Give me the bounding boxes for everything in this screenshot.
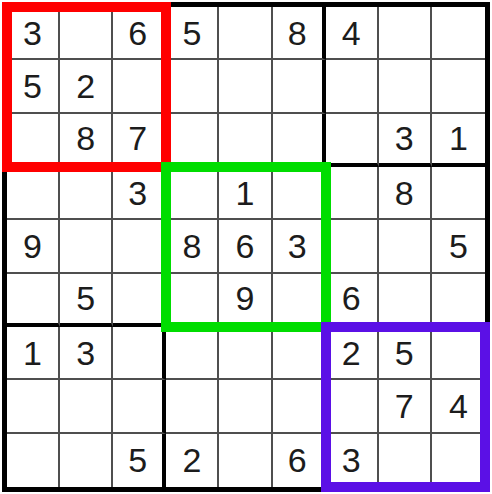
sudoku-cell-r1c2[interactable] <box>60 7 113 60</box>
sudoku-cell-r9c5[interactable] <box>219 434 272 487</box>
sudoku-cell-r9c4[interactable]: 2 <box>166 434 219 487</box>
sudoku-cell-r6c6[interactable] <box>273 274 326 327</box>
sudoku-cell-r6c3[interactable] <box>113 274 166 327</box>
sudoku-cell-r3c8[interactable]: 3 <box>379 114 432 167</box>
sudoku-cell-r7c9[interactable] <box>432 327 485 380</box>
sudoku-cell-r3c4[interactable] <box>166 114 219 167</box>
sudoku-cell-r7c7[interactable]: 2 <box>326 327 379 380</box>
sudoku-cell-r2c2[interactable]: 2 <box>60 60 113 113</box>
sudoku-cell-r1c4[interactable]: 5 <box>166 7 219 60</box>
sudoku-cell-r8c4[interactable] <box>166 380 219 433</box>
sudoku-cell-r4c6[interactable] <box>273 167 326 220</box>
sudoku-cell-r2c9[interactable] <box>432 60 485 113</box>
sudoku-cell-r4c2[interactable] <box>60 167 113 220</box>
sudoku-cell-r4c9[interactable] <box>432 167 485 220</box>
sudoku-cell-r5c9[interactable]: 5 <box>432 220 485 273</box>
sudoku-cell-r4c8[interactable]: 8 <box>379 167 432 220</box>
sudoku-cell-r5c4[interactable]: 8 <box>166 220 219 273</box>
sudoku-cell-r6c4[interactable] <box>166 274 219 327</box>
sudoku-cell-r8c6[interactable] <box>273 380 326 433</box>
sudoku-cell-r8c7[interactable] <box>326 380 379 433</box>
sudoku-cell-r1c9[interactable] <box>432 7 485 60</box>
sudoku-cell-r8c2[interactable] <box>60 380 113 433</box>
sudoku-cell-r7c1[interactable]: 1 <box>7 327 60 380</box>
sudoku-cell-r2c5[interactable] <box>219 60 272 113</box>
sudoku-cell-r9c1[interactable] <box>7 434 60 487</box>
sudoku-cell-r2c1[interactable]: 5 <box>7 60 60 113</box>
sudoku-cell-r9c7[interactable]: 3 <box>326 434 379 487</box>
sudoku-cell-r5c5[interactable]: 6 <box>219 220 272 273</box>
sudoku-cell-r3c6[interactable] <box>273 114 326 167</box>
sudoku-grid: 36584528731318986355961325745263 <box>7 7 485 487</box>
sudoku-cell-r8c1[interactable] <box>7 380 60 433</box>
sudoku-cell-r9c2[interactable] <box>60 434 113 487</box>
sudoku-cell-r5c7[interactable] <box>326 220 379 273</box>
sudoku-cell-r5c8[interactable] <box>379 220 432 273</box>
sudoku-cell-r6c8[interactable] <box>379 274 432 327</box>
sudoku-cell-r3c7[interactable] <box>326 114 379 167</box>
sudoku-cell-r5c2[interactable] <box>60 220 113 273</box>
sudoku-cell-r4c3[interactable]: 3 <box>113 167 166 220</box>
sudoku-cell-r8c5[interactable] <box>219 380 272 433</box>
sudoku-cell-r9c3[interactable]: 5 <box>113 434 166 487</box>
sudoku-cell-r9c8[interactable] <box>379 434 432 487</box>
sudoku-cell-r1c1[interactable]: 3 <box>7 7 60 60</box>
sudoku-cell-r1c6[interactable]: 8 <box>273 7 326 60</box>
sudoku-cell-r2c3[interactable] <box>113 60 166 113</box>
sudoku-cell-r6c7[interactable]: 6 <box>326 274 379 327</box>
sudoku-cell-r7c4[interactable] <box>166 327 219 380</box>
sudoku-cell-r2c7[interactable] <box>326 60 379 113</box>
sudoku-cell-r4c5[interactable]: 1 <box>219 167 272 220</box>
sudoku-cell-r9c9[interactable] <box>432 434 485 487</box>
sudoku-cell-r4c4[interactable] <box>166 167 219 220</box>
sudoku-cell-r9c6[interactable]: 6 <box>273 434 326 487</box>
sudoku-cell-r3c3[interactable]: 7 <box>113 114 166 167</box>
sudoku-cell-r3c9[interactable]: 1 <box>432 114 485 167</box>
sudoku-cell-r6c5[interactable]: 9 <box>219 274 272 327</box>
sudoku-cell-r3c1[interactable] <box>7 114 60 167</box>
sudoku-cell-r7c5[interactable] <box>219 327 272 380</box>
sudoku-cell-r4c1[interactable] <box>7 167 60 220</box>
sudoku-board: 36584528731318986355961325745263 <box>2 2 490 492</box>
sudoku-cell-r4c7[interactable] <box>326 167 379 220</box>
sudoku-cell-r8c3[interactable] <box>113 380 166 433</box>
sudoku-cell-r5c3[interactable] <box>113 220 166 273</box>
sudoku-cell-r1c7[interactable]: 4 <box>326 7 379 60</box>
sudoku-cell-r7c8[interactable]: 5 <box>379 327 432 380</box>
sudoku-cell-r7c3[interactable] <box>113 327 166 380</box>
sudoku-cell-r1c8[interactable] <box>379 7 432 60</box>
sudoku-cell-r6c1[interactable] <box>7 274 60 327</box>
sudoku-cell-r3c2[interactable]: 8 <box>60 114 113 167</box>
sudoku-cell-r7c2[interactable]: 3 <box>60 327 113 380</box>
sudoku-cell-r5c1[interactable]: 9 <box>7 220 60 273</box>
sudoku-cell-r2c6[interactable] <box>273 60 326 113</box>
sudoku-cell-r7c6[interactable] <box>273 327 326 380</box>
sudoku-cell-r6c2[interactable]: 5 <box>60 274 113 327</box>
sudoku-cell-r3c5[interactable] <box>219 114 272 167</box>
sudoku-cell-r5c6[interactable]: 3 <box>273 220 326 273</box>
sudoku-cell-r1c5[interactable] <box>219 7 272 60</box>
sudoku-cell-r8c9[interactable]: 4 <box>432 380 485 433</box>
sudoku-cell-r8c8[interactable]: 7 <box>379 380 432 433</box>
sudoku-cell-r2c4[interactable] <box>166 60 219 113</box>
sudoku-cell-r1c3[interactable]: 6 <box>113 7 166 60</box>
sudoku-cell-r6c9[interactable] <box>432 274 485 327</box>
sudoku-cell-r2c8[interactable] <box>379 60 432 113</box>
